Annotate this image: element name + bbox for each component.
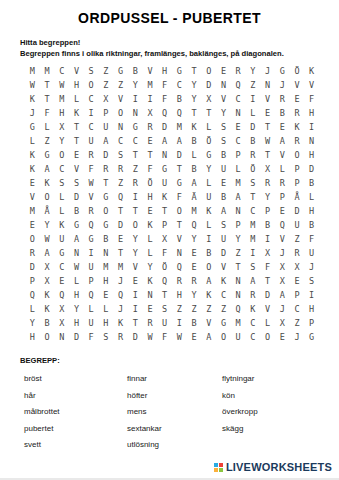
grid-cell[interactable]: O (201, 64, 216, 78)
grid-cell[interactable]: R (260, 176, 275, 190)
grid-cell[interactable]: A (201, 274, 216, 288)
grid-cell[interactable]: L (201, 218, 216, 232)
grid-cell[interactable]: T (172, 218, 187, 232)
grid-cell[interactable]: P (25, 274, 40, 288)
grid-cell[interactable]: T (69, 120, 84, 134)
grid-cell[interactable]: O (40, 190, 55, 204)
grid-cell[interactable]: V (128, 260, 143, 274)
grid-cell[interactable]: C (245, 330, 260, 344)
grid-cell[interactable]: Y (25, 316, 40, 330)
grid-cell[interactable]: D (128, 330, 143, 344)
grid-cell[interactable]: R (245, 288, 260, 302)
grid-cell[interactable]: R (275, 92, 290, 106)
grid-cell[interactable]: G (157, 162, 172, 176)
grid-cell[interactable]: N (54, 330, 69, 344)
grid-cell[interactable]: L (201, 120, 216, 134)
grid-cell[interactable]: U (84, 134, 99, 148)
grid-cell[interactable]: H (304, 148, 319, 162)
grid-cell[interactable]: U (54, 232, 69, 246)
grid-cell[interactable]: V (275, 232, 290, 246)
grid-cell[interactable]: E (143, 134, 158, 148)
grid-cell[interactable]: E (69, 148, 84, 162)
grid-cell[interactable]: A (275, 134, 290, 148)
grid-cell[interactable]: E (290, 92, 305, 106)
grid-cell[interactable]: B (201, 246, 216, 260)
grid-cell[interactable]: A (275, 288, 290, 302)
grid-cell[interactable]: Z (245, 78, 260, 92)
grid-cell[interactable]: C (245, 316, 260, 330)
grid-cell[interactable]: Z (98, 78, 113, 92)
grid-cell[interactable]: U (231, 330, 246, 344)
grid-cell[interactable]: Y (245, 64, 260, 78)
grid-cell[interactable]: H (304, 106, 319, 120)
grid-cell[interactable]: T (172, 162, 187, 176)
grid-cell[interactable]: J (113, 274, 128, 288)
grid-cell[interactable]: I (128, 190, 143, 204)
grid-cell[interactable]: K (25, 148, 40, 162)
grid-cell[interactable]: Q (25, 288, 40, 302)
grid-cell[interactable]: Q (157, 106, 172, 120)
grid-cell[interactable]: X (143, 106, 158, 120)
grid-cell[interactable]: K (187, 120, 202, 134)
grid-cell[interactable]: H (54, 106, 69, 120)
grid-cell[interactable]: Y (216, 106, 231, 120)
grid-cell[interactable]: T (128, 204, 143, 218)
grid-cell[interactable]: R (290, 106, 305, 120)
grid-cell[interactable]: T (157, 288, 172, 302)
grid-cell[interactable]: M (245, 218, 260, 232)
grid-cell[interactable]: K (143, 274, 158, 288)
grid-cell[interactable]: L (25, 302, 40, 316)
grid-cell[interactable]: Q (84, 218, 99, 232)
grid-cell[interactable]: S (54, 176, 69, 190)
grid-cell[interactable]: N (231, 204, 246, 218)
grid-cell[interactable]: K (201, 204, 216, 218)
grid-cell[interactable]: B (187, 316, 202, 330)
grid-cell[interactable]: R (98, 162, 113, 176)
grid-cell[interactable]: P (231, 218, 246, 232)
grid-cell[interactable]: D (69, 190, 84, 204)
grid-cell[interactable]: O (216, 330, 231, 344)
grid-cell[interactable]: Z (40, 134, 55, 148)
grid-cell[interactable]: G (54, 246, 69, 260)
grid-cell[interactable]: Y (231, 232, 246, 246)
grid-cell[interactable]: S (113, 148, 128, 162)
grid-cell[interactable]: Q (54, 288, 69, 302)
grid-cell[interactable]: F (84, 162, 99, 176)
grid-cell[interactable]: Ö (201, 134, 216, 148)
grid-cell[interactable]: E (113, 232, 128, 246)
grid-cell[interactable]: G (275, 64, 290, 78)
grid-cell[interactable]: G (201, 148, 216, 162)
grid-cell[interactable]: M (143, 78, 158, 92)
grid-cell[interactable]: R (290, 246, 305, 260)
grid-cell[interactable]: D (69, 330, 84, 344)
grid-cell[interactable]: Q (231, 78, 246, 92)
grid-cell[interactable]: M (172, 120, 187, 134)
grid-cell[interactable]: V (113, 92, 128, 106)
grid-cell[interactable]: I (84, 106, 99, 120)
grid-cell[interactable]: E (143, 204, 158, 218)
grid-cell[interactable]: K (201, 288, 216, 302)
grid-cell[interactable]: V (290, 78, 305, 92)
grid-cell[interactable]: Z (216, 302, 231, 316)
grid-cell[interactable]: P (157, 218, 172, 232)
grid-cell[interactable]: D (260, 288, 275, 302)
grid-cell[interactable]: N (231, 288, 246, 302)
grid-cell[interactable]: T (69, 134, 84, 148)
grid-cell[interactable]: R (113, 162, 128, 176)
grid-cell[interactable]: P (98, 106, 113, 120)
grid-cell[interactable]: E (260, 106, 275, 120)
grid-cell[interactable]: S (304, 274, 319, 288)
grid-cell[interactable]: G (128, 120, 143, 134)
grid-cell[interactable]: I (128, 288, 143, 302)
grid-cell[interactable]: C (54, 162, 69, 176)
grid-cell[interactable]: Q (172, 260, 187, 274)
grid-cell[interactable]: T (260, 148, 275, 162)
grid-cell[interactable]: W (54, 78, 69, 92)
grid-cell[interactable]: J (290, 330, 305, 344)
grid-cell[interactable]: Q (113, 190, 128, 204)
grid-cell[interactable]: K (40, 176, 55, 190)
grid-cell[interactable]: X (275, 274, 290, 288)
grid-cell[interactable]: B (172, 92, 187, 106)
grid-cell[interactable]: E (275, 204, 290, 218)
grid-cell[interactable]: U (201, 190, 216, 204)
grid-cell[interactable]: E (231, 120, 246, 134)
grid-cell[interactable]: I (245, 246, 260, 260)
grid-cell[interactable]: U (98, 120, 113, 134)
grid-cell[interactable]: Z (172, 302, 187, 316)
grid-cell[interactable]: Y (201, 162, 216, 176)
grid-cell[interactable]: U (216, 162, 231, 176)
grid-cell[interactable]: Y (128, 232, 143, 246)
grid-cell[interactable]: W (84, 176, 99, 190)
grid-cell[interactable]: B (128, 64, 143, 78)
grid-cell[interactable]: L (201, 176, 216, 190)
grid-cell[interactable]: T (113, 246, 128, 260)
grid-cell[interactable]: Ö (290, 64, 305, 78)
grid-cell[interactable]: M (98, 260, 113, 274)
grid-cell[interactable]: Q (157, 274, 172, 288)
grid-cell[interactable]: K (157, 190, 172, 204)
grid-cell[interactable]: G (113, 64, 128, 78)
grid-cell[interactable]: N (113, 120, 128, 134)
grid-cell[interactable]: M (54, 92, 69, 106)
grid-cell[interactable]: H (304, 302, 319, 316)
grid-cell[interactable]: Y (187, 78, 202, 92)
grid-cell[interactable]: Å (40, 204, 55, 218)
grid-cell[interactable]: B (98, 232, 113, 246)
grid-cell[interactable]: R (275, 176, 290, 190)
grid-cell[interactable]: V (216, 260, 231, 274)
grid-cell[interactable]: M (25, 204, 40, 218)
grid-cell[interactable]: O (84, 78, 99, 92)
grid-cell[interactable]: Q (275, 218, 290, 232)
grid-cell[interactable]: Q (187, 218, 202, 232)
grid-cell[interactable]: J (260, 64, 275, 78)
grid-cell[interactable]: R (290, 134, 305, 148)
grid-cell[interactable]: O (201, 260, 216, 274)
grid-cell[interactable]: Z (231, 246, 246, 260)
grid-cell[interactable]: B (304, 218, 319, 232)
grid-cell[interactable]: F (143, 162, 158, 176)
grid-cell[interactable]: C (216, 288, 231, 302)
grid-cell[interactable]: Q (231, 302, 246, 316)
grid-cell[interactable]: Z (187, 302, 202, 316)
grid-cell[interactable]: T (40, 92, 55, 106)
grid-cell[interactable]: N (143, 288, 158, 302)
grid-cell[interactable]: Y (187, 92, 202, 106)
grid-cell[interactable]: C (54, 260, 69, 274)
grid-cell[interactable]: Z (290, 232, 305, 246)
grid-cell[interactable]: H (25, 330, 40, 344)
grid-cell[interactable]: E (143, 302, 158, 316)
grid-cell[interactable]: B (275, 106, 290, 120)
grid-cell[interactable]: A (216, 204, 231, 218)
grid-cell[interactable]: K (25, 92, 40, 106)
grid-cell[interactable]: X (54, 302, 69, 316)
grid-cell[interactable]: G (172, 176, 187, 190)
grid-cell[interactable]: L (54, 204, 69, 218)
grid-cell[interactable]: R (231, 64, 246, 78)
grid-cell[interactable]: F (157, 92, 172, 106)
grid-cell[interactable]: F (260, 260, 275, 274)
grid-cell[interactable]: Z (290, 316, 305, 330)
grid-cell[interactable]: E (25, 176, 40, 190)
grid-cell[interactable]: E (216, 64, 231, 78)
grid-cell[interactable]: U (157, 176, 172, 190)
grid-cell[interactable]: Z (113, 176, 128, 190)
grid-cell[interactable]: E (128, 274, 143, 288)
grid-cell[interactable]: H (157, 64, 172, 78)
grid-cell[interactable]: A (157, 134, 172, 148)
grid-cell[interactable]: X (157, 232, 172, 246)
grid-cell[interactable]: Q (84, 288, 99, 302)
grid-cell[interactable]: X (54, 316, 69, 330)
grid-cell[interactable]: I (245, 92, 260, 106)
grid-cell[interactable]: A (187, 176, 202, 190)
grid-cell[interactable]: S (98, 330, 113, 344)
grid-cell[interactable]: P (260, 204, 275, 218)
grid-cell[interactable]: B (187, 134, 202, 148)
grid-cell[interactable]: D (216, 246, 231, 260)
grid-cell[interactable]: K (143, 218, 158, 232)
grid-cell[interactable]: P (275, 190, 290, 204)
grid-cell[interactable]: M (187, 204, 202, 218)
grid-cell[interactable]: A (231, 190, 246, 204)
grid-cell[interactable]: W (172, 330, 187, 344)
grid-cell[interactable]: S (69, 176, 84, 190)
grid-cell[interactable]: F (40, 106, 55, 120)
grid-cell[interactable]: E (25, 218, 40, 232)
grid-cell[interactable]: Z (128, 162, 143, 176)
grid-cell[interactable]: N (304, 134, 319, 148)
grid-cell[interactable]: L (143, 246, 158, 260)
grid-cell[interactable]: G (98, 190, 113, 204)
grid-cell[interactable]: X (98, 92, 113, 106)
grid-cell[interactable]: V (69, 64, 84, 78)
grid-cell[interactable]: B (260, 218, 275, 232)
grid-cell[interactable]: K (113, 316, 128, 330)
grid-cell[interactable]: L (304, 190, 319, 204)
grid-cell[interactable]: H (143, 190, 158, 204)
grid-cell[interactable]: U (304, 246, 319, 260)
grid-cell[interactable]: H (69, 316, 84, 330)
grid-cell[interactable]: C (172, 78, 187, 92)
grid-cell[interactable]: R (113, 330, 128, 344)
grid-cell[interactable]: V (143, 64, 158, 78)
grid-cell[interactable]: C (231, 92, 246, 106)
grid-cell[interactable]: N (260, 78, 275, 92)
grid-cell[interactable]: V (25, 190, 40, 204)
grid-cell[interactable]: Ö (245, 162, 260, 176)
grid-cell[interactable]: L (260, 316, 275, 330)
grid-cell[interactable]: I (128, 302, 143, 316)
grid-cell[interactable]: E (187, 330, 202, 344)
grid-cell[interactable]: F (304, 232, 319, 246)
grid-cell[interactable]: N (128, 106, 143, 120)
grid-cell[interactable]: T (187, 64, 202, 78)
grid-cell[interactable]: G (69, 218, 84, 232)
grid-cell[interactable]: C (54, 64, 69, 78)
grid-cell[interactable]: D (290, 204, 305, 218)
grid-cell[interactable]: M (113, 260, 128, 274)
grid-cell[interactable]: Y (40, 218, 55, 232)
grid-cell[interactable]: J (113, 302, 128, 316)
grid-cell[interactable]: J (275, 302, 290, 316)
grid-cell[interactable]: L (245, 106, 260, 120)
grid-cell[interactable]: T (113, 204, 128, 218)
grid-cell[interactable]: E (98, 288, 113, 302)
grid-cell[interactable]: C (128, 134, 143, 148)
grid-cell[interactable]: O (25, 232, 40, 246)
grid-cell[interactable]: R (84, 204, 99, 218)
grid-cell[interactable]: Z (201, 302, 216, 316)
grid-cell[interactable]: L (275, 162, 290, 176)
grid-cell[interactable]: H (69, 288, 84, 302)
grid-cell[interactable]: E (216, 176, 231, 190)
grid-cell[interactable]: M (245, 232, 260, 246)
grid-cell[interactable]: B (216, 190, 231, 204)
grid-cell[interactable]: U (216, 232, 231, 246)
grid-cell[interactable]: T (260, 274, 275, 288)
grid-cell[interactable]: K (245, 302, 260, 316)
grid-cell[interactable]: S (245, 260, 260, 274)
grid-cell[interactable]: N (231, 274, 246, 288)
grid-cell[interactable]: R (25, 246, 40, 260)
grid-cell[interactable]: T (201, 106, 216, 120)
grid-cell[interactable]: N (98, 246, 113, 260)
grid-cell[interactable]: V (304, 78, 319, 92)
grid-cell[interactable]: Y (128, 246, 143, 260)
grid-cell[interactable]: E (275, 120, 290, 134)
grid-cell[interactable]: Q (172, 106, 187, 120)
grid-cell[interactable]: U (84, 316, 99, 330)
grid-cell[interactable]: D (172, 148, 187, 162)
grid-cell[interactable]: S (245, 176, 260, 190)
grid-cell[interactable]: C (231, 134, 246, 148)
grid-cell[interactable]: H (304, 204, 319, 218)
grid-cell[interactable]: O (54, 148, 69, 162)
grid-cell[interactable]: L (84, 302, 99, 316)
grid-cell[interactable]: E (54, 274, 69, 288)
grid-cell[interactable]: U (290, 218, 305, 232)
grid-cell[interactable]: B (187, 162, 202, 176)
grid-cell[interactable]: D (113, 218, 128, 232)
grid-cell[interactable]: G (84, 232, 99, 246)
grid-cell[interactable]: K (290, 120, 305, 134)
grid-cell[interactable]: Y (260, 190, 275, 204)
grid-cell[interactable]: V (275, 148, 290, 162)
grid-cell[interactable]: L (231, 162, 246, 176)
grid-cell[interactable]: R (187, 274, 202, 288)
grid-cell[interactable]: X (201, 92, 216, 106)
grid-cell[interactable]: O (290, 148, 305, 162)
grid-cell[interactable]: L (187, 148, 202, 162)
grid-cell[interactable]: B (304, 176, 319, 190)
grid-cell[interactable]: R (143, 120, 158, 134)
grid-cell[interactable]: V (260, 92, 275, 106)
grid-cell[interactable]: P (231, 148, 246, 162)
grid-cell[interactable]: Y (143, 260, 158, 274)
grid-cell[interactable]: T (187, 106, 202, 120)
grid-cell[interactable]: C (290, 302, 305, 316)
grid-cell[interactable]: V (201, 316, 216, 330)
grid-cell[interactable]: I (260, 232, 275, 246)
grid-cell[interactable]: M (40, 64, 55, 78)
grid-cell[interactable]: T (128, 316, 143, 330)
grid-cell[interactable]: F (157, 246, 172, 260)
grid-cell[interactable]: D (245, 120, 260, 134)
grid-cell[interactable]: S (216, 134, 231, 148)
grid-cell[interactable]: Z (98, 64, 113, 78)
grid-cell[interactable]: R (172, 274, 187, 288)
grid-cell[interactable]: I (201, 232, 216, 246)
grid-cell[interactable]: L (98, 302, 113, 316)
grid-cell[interactable]: S (84, 64, 99, 78)
grid-cell[interactable]: N (69, 246, 84, 260)
grid-cell[interactable]: K (40, 288, 55, 302)
grid-cell[interactable]: X (54, 120, 69, 134)
grid-cell[interactable]: W (260, 134, 275, 148)
grid-cell[interactable]: B (40, 316, 55, 330)
grid-cell[interactable]: V (69, 162, 84, 176)
grid-cell[interactable]: K (69, 106, 84, 120)
grid-cell[interactable]: P (290, 162, 305, 176)
grid-cell[interactable]: K (54, 218, 69, 232)
grid-cell[interactable]: S (157, 302, 172, 316)
grid-cell[interactable]: M (231, 316, 246, 330)
grid-cell[interactable]: C (113, 134, 128, 148)
grid-cell[interactable]: I (172, 316, 187, 330)
grid-cell[interactable]: O (40, 330, 55, 344)
grid-cell[interactable]: Y (54, 134, 69, 148)
grid-cell[interactable]: A (172, 134, 187, 148)
grid-cell[interactable]: F (157, 78, 172, 92)
grid-cell[interactable]: R (84, 148, 99, 162)
grid-cell[interactable]: T (143, 148, 158, 162)
grid-cell[interactable]: X (275, 316, 290, 330)
grid-cell[interactable]: E (187, 260, 202, 274)
grid-cell[interactable]: G (40, 148, 55, 162)
grid-cell[interactable]: X (260, 246, 275, 260)
grid-cell[interactable]: F (172, 190, 187, 204)
grid-cell[interactable]: R (245, 148, 260, 162)
grid-cell[interactable]: X (40, 260, 55, 274)
grid-cell[interactable]: G (304, 330, 319, 344)
